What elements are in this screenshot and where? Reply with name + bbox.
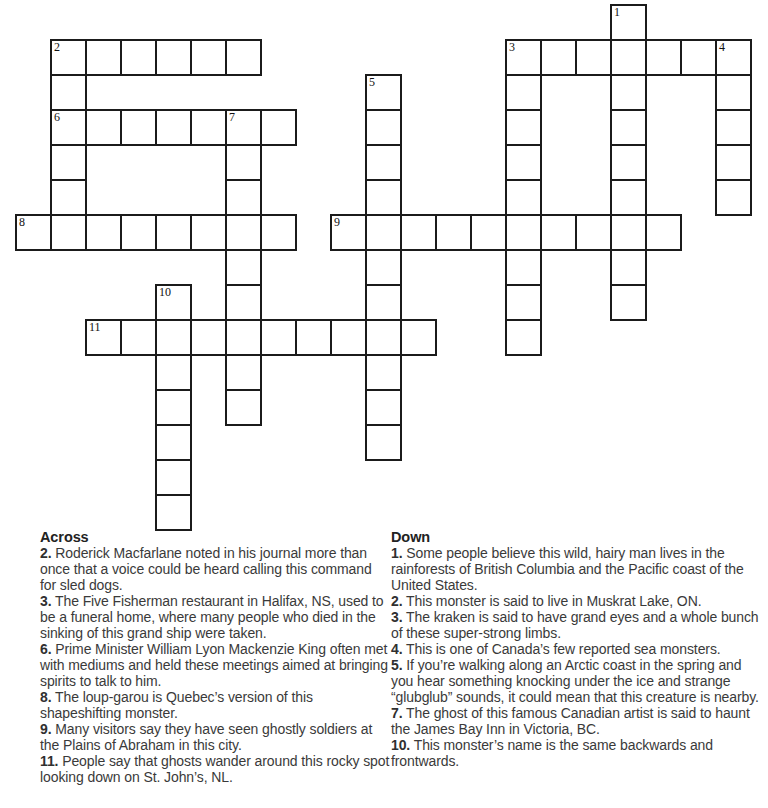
clue-across-11-number: 11.: [40, 753, 58, 769]
cell-r6-c3[interactable]: [120, 214, 157, 251]
cell-r6-c14[interactable]: [505, 214, 542, 251]
crossword-grid: 1234567891011: [15, 4, 754, 533]
cell-r1-c2[interactable]: [85, 39, 122, 76]
cell-r6-c1[interactable]: [50, 214, 87, 251]
clue-number-4: 4: [719, 41, 725, 54]
down-heading: Down: [391, 529, 761, 545]
cell-r6-c15[interactable]: [540, 214, 577, 251]
clue-number-8: 8: [19, 216, 25, 229]
across-clues-section: Across 2. Roderick Macfarlane noted in h…: [40, 529, 390, 785]
cell-r4-c6[interactable]: [225, 144, 262, 181]
cell-r1-c18[interactable]: [645, 39, 682, 76]
cell-r6-c11[interactable]: [400, 214, 437, 251]
across-clues-list: 2. Roderick Macfarlane noted in his jour…: [40, 545, 390, 785]
clue-across-3: 3. The Five Fisherman restaurant in Hali…: [40, 593, 390, 641]
cell-r2-c17[interactable]: [610, 74, 647, 111]
cell-r6-c13[interactable]: [470, 214, 507, 251]
clue-number-6: 6: [54, 111, 60, 124]
cell-r6-c9[interactable]: 9: [330, 214, 367, 251]
cell-r4-c1[interactable]: [50, 144, 87, 181]
cell-r1-c20[interactable]: 4: [715, 39, 752, 76]
cell-r8-c17[interactable]: [610, 284, 647, 321]
cell-r2-c1[interactable]: [50, 74, 87, 111]
cell-r1-c3[interactable]: [120, 39, 157, 76]
cell-r9-c5[interactable]: [190, 319, 227, 356]
cell-r6-c0[interactable]: 8: [15, 214, 52, 251]
clue-across-8-number: 8.: [40, 689, 51, 705]
cell-r6-c5[interactable]: [190, 214, 227, 251]
cell-r8-c14[interactable]: [505, 284, 542, 321]
clue-across-9: 9. Many visitors say they have seen ghos…: [40, 721, 390, 753]
cell-r7-c14[interactable]: [505, 249, 542, 286]
clue-down-3: 3. The kraken is said to have grand eyes…: [391, 609, 761, 641]
cell-r9-c6[interactable]: [225, 319, 262, 356]
clue-down-4-number: 4.: [391, 641, 402, 657]
clue-number-3: 3: [509, 41, 515, 54]
clue-down-10-number: 10.: [391, 737, 410, 753]
clue-down-4: 4. This is one of Canada’s few reported …: [391, 641, 761, 657]
clue-number-10: 10: [159, 286, 171, 299]
cell-r1-c19[interactable]: [680, 39, 717, 76]
cell-r2-c20[interactable]: [715, 74, 752, 111]
cell-r9-c3[interactable]: [120, 319, 157, 356]
clue-across-6: 6. Prime Minister William Lyon Mackenzie…: [40, 641, 390, 689]
cell-r3-c10[interactable]: [365, 109, 402, 146]
cell-r9-c14[interactable]: [505, 319, 542, 356]
clue-number-7: 7: [229, 111, 235, 124]
cell-r8-c10[interactable]: [365, 284, 402, 321]
cell-r3-c14[interactable]: [505, 109, 542, 146]
cell-r3-c5[interactable]: [190, 109, 227, 146]
clue-number-5: 5: [369, 76, 375, 89]
cell-r11-c4[interactable]: [155, 389, 192, 426]
cell-r1-c4[interactable]: [155, 39, 192, 76]
cell-r12-c10[interactable]: [365, 424, 402, 461]
cell-r9-c11[interactable]: [400, 319, 437, 356]
clue-number-1: 1: [614, 6, 620, 19]
cell-r3-c1[interactable]: 6: [50, 109, 87, 146]
crossword-page: { "game": "crossword", "board": { "rows"…: [0, 0, 768, 808]
cell-r12-c4[interactable]: [155, 424, 192, 461]
cell-r3-c3[interactable]: [120, 109, 157, 146]
clue-down-2: 2. This monster is said to live in Muskr…: [391, 593, 761, 609]
cell-r1-c15[interactable]: [540, 39, 577, 76]
clue-number-2: 2: [54, 41, 60, 54]
cell-r5-c10[interactable]: [365, 179, 402, 216]
clue-number-11: 11: [89, 321, 101, 334]
cell-r7-c10[interactable]: [365, 249, 402, 286]
clue-down-7-number: 7.: [391, 705, 402, 721]
cell-r6-c16[interactable]: [575, 214, 612, 251]
cell-r6-c10[interactable]: [365, 214, 402, 251]
cell-r3-c20[interactable]: [715, 109, 752, 146]
cell-r10-c4[interactable]: [155, 354, 192, 391]
cell-r5-c6[interactable]: [225, 179, 262, 216]
cell-r13-c4[interactable]: [155, 459, 192, 496]
cell-r3-c4[interactable]: [155, 109, 192, 146]
clue-across-9-number: 9.: [40, 721, 51, 737]
cell-r5-c14[interactable]: [505, 179, 542, 216]
clue-down-7: 7. The ghost of this famous Canadian art…: [391, 705, 761, 737]
cell-r6-c2[interactable]: [85, 214, 122, 251]
clue-across-8: 8. The loup-garou is Quebec’s version of…: [40, 689, 390, 721]
clue-across-6-number: 6.: [40, 641, 51, 657]
cell-r3-c7[interactable]: [260, 109, 297, 146]
cell-r8-c6[interactable]: [225, 284, 262, 321]
down-clues-section: Down 1. Some people believe this wild, h…: [391, 529, 761, 769]
cell-r8-c4[interactable]: 10: [155, 284, 192, 321]
cell-r10-c6[interactable]: [225, 354, 262, 391]
across-heading: Across: [40, 529, 390, 545]
clue-down-10: 10. This monster’s name is the same back…: [391, 737, 761, 769]
cell-r6-c6[interactable]: [225, 214, 262, 251]
cell-r10-c10[interactable]: [365, 354, 402, 391]
clue-number-9: 9: [334, 216, 340, 229]
clue-down-3-number: 3.: [391, 609, 402, 625]
down-clues-list: 1. Some people believe this wild, hairy …: [391, 545, 761, 769]
clue-down-5-number: 5.: [391, 657, 402, 673]
cell-r3-c17[interactable]: [610, 109, 647, 146]
cell-r1-c6[interactable]: [225, 39, 262, 76]
clue-across-11: 11. People say that ghosts wander around…: [40, 753, 390, 785]
cell-r0-c17[interactable]: 1: [610, 4, 647, 41]
cell-r7-c17[interactable]: [610, 249, 647, 286]
cell-r5-c20[interactable]: [715, 179, 752, 216]
cell-r6-c7[interactable]: [260, 214, 297, 251]
cell-r2-c10[interactable]: 5: [365, 74, 402, 111]
cell-r6-c18[interactable]: [645, 214, 682, 251]
cell-r9-c9[interactable]: [330, 319, 367, 356]
cell-r1-c14[interactable]: 3: [505, 39, 542, 76]
cell-r9-c4[interactable]: [155, 319, 192, 356]
clue-down-5: 5. If you’re walking along an Arctic coa…: [391, 657, 761, 705]
cell-r5-c17[interactable]: [610, 179, 647, 216]
clue-down-1-number: 1.: [391, 545, 402, 561]
clue-down-2-number: 2.: [391, 593, 402, 609]
clue-across-2: 2. Roderick Macfarlane noted in his jour…: [40, 545, 390, 593]
cell-r6-c12[interactable]: [435, 214, 472, 251]
cell-r3-c6[interactable]: 7: [225, 109, 262, 146]
cell-r1-c17[interactable]: [610, 39, 647, 76]
cell-r5-c1[interactable]: [50, 179, 87, 216]
cell-r1-c1[interactable]: 2: [50, 39, 87, 76]
cell-r1-c16[interactable]: [575, 39, 612, 76]
cell-r4-c14[interactable]: [505, 144, 542, 181]
cell-r6-c4[interactable]: [155, 214, 192, 251]
cell-r4-c10[interactable]: [365, 144, 402, 181]
cell-r6-c17[interactable]: [610, 214, 647, 251]
cell-r2-c14[interactable]: [505, 74, 542, 111]
cell-r4-c17[interactable]: [610, 144, 647, 181]
cell-r9-c8[interactable]: [295, 319, 332, 356]
cell-r11-c10[interactable]: [365, 389, 402, 426]
cell-r1-c5[interactable]: [190, 39, 227, 76]
cell-r11-c6[interactable]: [225, 389, 262, 426]
cell-r9-c10[interactable]: [365, 319, 402, 356]
cell-r9-c7[interactable]: [260, 319, 297, 356]
cell-r3-c2[interactable]: [85, 109, 122, 146]
clue-down-1: 1. Some people believe this wild, hairy …: [391, 545, 761, 593]
cell-r9-c2[interactable]: 11: [85, 319, 122, 356]
cell-r14-c4[interactable]: [155, 494, 192, 531]
cell-r7-c6[interactable]: [225, 249, 262, 286]
clue-across-2-number: 2.: [40, 545, 51, 561]
cell-r4-c20[interactable]: [715, 144, 752, 181]
clue-across-3-number: 3.: [40, 593, 51, 609]
